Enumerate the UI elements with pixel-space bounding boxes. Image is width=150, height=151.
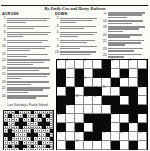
grid-cell [84,105,93,114]
cell-number: 13 [85,96,88,99]
clue-item: 19. [2,81,52,86]
grid-cell: 17 [111,114,120,123]
greeked-text-line [7,84,30,85]
grid-cell: 12 [75,96,84,105]
clue-number: 15. [2,59,6,66]
greeked-text-line [7,62,44,63]
grid-cell [84,141,93,150]
clue-item: 22. [103,40,147,47]
greeked-text-line [7,54,47,55]
greeked-text-line [108,40,144,41]
greeked-text-line [7,78,20,79]
black-square [66,87,75,96]
clue-number: 23. [103,48,107,53]
greeked-text-line [60,32,97,33]
greeked-text-line [7,95,47,96]
grid-cell: 6 [84,78,93,87]
clue-number: 22. [103,40,107,47]
greeked-text-line [7,36,23,37]
black-square [120,105,129,114]
cell-number: 20 [76,132,79,135]
clue-text-greeked [60,31,99,38]
grid-cell [138,141,147,150]
grid-cell: 21 [102,132,111,141]
black-square [84,114,93,123]
grid-cell [129,132,138,141]
clue-number: 21. [2,87,6,94]
across-clue-list: 1.4.6.8.10.12.15.16.17.19.21.24. [2,17,52,99]
clue-text-greeked [7,95,52,100]
greeked-text-line [7,87,50,88]
cell-number: 6 [85,78,86,81]
black-square [102,96,111,105]
grid-cell [111,132,120,141]
clue-item: 10. [2,45,52,52]
grid-cell: 18 [129,123,138,132]
greeked-text-line [7,32,50,33]
black-square [138,69,147,78]
greeked-text-line [60,54,90,55]
cell-number: 8 [121,78,122,81]
cell-number: 21 [103,132,106,135]
greeked-text-line [60,48,79,49]
cell-number: 24 [76,141,79,144]
greeked-text-line [60,20,93,21]
clue-item: 25. [103,54,147,58]
cell-number: 5 [130,60,131,63]
clue-text-greeked [60,17,99,24]
greeked-text-line [108,28,139,29]
grid-cell: 15 [66,105,75,114]
byline: By Emily Cox and Henry Rathvon [0,7,150,12]
clue-item: 20. [103,34,147,39]
clue-item: 12. [2,53,52,58]
clue-text-greeked [108,34,147,39]
clue-number: 25. [103,54,107,58]
greeked-text-line [108,44,124,45]
grid-cell [102,141,111,150]
solution-grid [3,110,54,151]
grid-cell: 3 [84,60,93,69]
cell-number: 10 [103,87,106,90]
grid-cell [120,60,129,69]
grid-cell [93,141,102,150]
clue-text-greeked [7,25,52,30]
cell-number: 19 [58,132,61,135]
grid-cell: 24 [75,141,84,150]
clue-text-greeked [108,20,147,25]
clue-item: 7. [55,39,99,44]
black-square [57,78,66,87]
clue-item: 1. [2,17,52,24]
black-square [102,60,111,69]
greeked-text-line [7,46,49,47]
black-square [84,132,93,141]
greeked-text-line [7,59,50,60]
clue-item: 5. [55,31,99,38]
grid-cell [120,141,129,150]
clue-number: 17. [2,73,6,80]
down-clues-column-1: DOWN 2.3.5.7.9.13. [55,12,99,58]
greeked-text-line [108,23,132,24]
clue-text-greeked [7,31,52,38]
black-square [93,69,102,78]
crossword-grid: 123456789101112131415161718192021222324 [56,59,148,150]
clue-item: 16. [2,67,52,72]
grid-cell: 13 [84,96,93,105]
greeked-text-line [7,70,38,71]
grid-cell: 19 [57,132,66,141]
greeked-text-line [7,92,28,93]
solution-letter-cell [50,148,54,150]
clue-number: 2. [55,17,59,24]
cell-number: 1 [58,60,59,63]
clue-text-greeked [7,73,52,80]
down-clue-list-2: 11.14.18.20.22.23.25. [103,12,147,58]
clue-item: 15. [2,59,52,66]
clue-item: 24. [2,95,52,100]
grid-cell [111,123,120,132]
clue-item: 14. [103,20,147,25]
greeked-text-line [60,18,97,19]
clue-number: 5. [55,31,59,38]
grid-cell [138,96,147,105]
greeked-text-line [60,28,83,29]
black-square [111,96,120,105]
grid-cell [66,69,75,78]
clue-text-greeked [60,45,99,50]
greeked-text-line [7,89,43,90]
clue-item: 17. [2,73,52,80]
black-square [93,123,102,132]
grid-cell [66,123,75,132]
black-square [129,87,138,96]
greeked-text-line [60,40,95,41]
clue-number: 13. [55,51,59,56]
clue-text-greeked [108,48,147,53]
grid-cell [66,132,75,141]
clue-item: 13. [55,51,99,56]
grid-cell [57,141,66,150]
greeked-text-line [7,50,29,51]
cell-number: 4 [112,60,113,63]
grid-cell [57,87,66,96]
greeked-text-line [108,56,123,57]
grid-cell: 5 [129,60,138,69]
grid-cell [120,96,129,105]
clue-text-greeked [108,12,147,19]
cell-number: 2 [67,60,68,63]
grid-cell: 16 [57,114,66,123]
cell-number: 12 [76,96,79,99]
cell-number: 3 [85,60,86,63]
black-square [111,141,120,150]
clue-item: 23. [103,48,147,53]
grid-cell: 1 [57,60,66,69]
greeked-text-line [108,17,127,18]
black-square [66,141,75,150]
clue-text-greeked [60,51,99,56]
across-clues-column: ACROSS 1.4.6.8.10.12.15.16.17.19.21.24. [2,12,52,102]
grid-cell [66,114,75,123]
clue-number: 10. [2,45,6,52]
grid-cell [120,114,129,123]
cell-number: 23 [139,132,142,135]
across-header: ACROSS [2,12,52,16]
clue-text-greeked [7,45,52,52]
grid-cell [138,114,147,123]
grid-cell: 10 [102,87,111,96]
grid-cell: 22 [120,132,129,141]
cell-number: 15 [67,105,70,108]
grid-cell [66,78,75,87]
cell-number: 11 [139,87,142,90]
grid-cell: 4 [111,60,120,69]
greeked-text-line [108,26,145,27]
black-square [57,69,66,78]
grid-cell [75,114,84,123]
clue-text-greeked [108,26,147,33]
greeked-text-line [7,42,42,43]
grid-cell [93,105,102,114]
black-square [93,132,102,141]
greeked-text-line [108,12,144,13]
greeked-text-line [7,26,49,27]
clue-text-greeked [7,53,52,58]
down-clue-list-1: 2.3.5.7.9.13. [55,17,99,55]
greeked-text-line [7,67,49,68]
greeked-text-line [60,42,87,43]
clue-item: 11. [103,12,147,19]
greeked-text-line [108,20,143,21]
black-square [129,141,138,150]
greeked-text-line [7,40,48,41]
cell-number: 22 [121,132,124,135]
clue-item: 4. [2,25,52,30]
clue-text-greeked [108,54,147,58]
grid-cell: 14 [93,96,102,105]
clue-text-greeked [60,39,99,44]
clue-number: 6. [2,31,6,38]
greeked-text-line [7,73,49,74]
clue-item: 2. [55,17,99,24]
clue-item: 6. [2,31,52,38]
greeked-text-line [7,76,46,77]
clue-text-greeked [7,17,52,24]
clue-text-greeked [7,87,52,94]
grid-cell [129,78,138,87]
grid-cell [93,60,102,69]
clue-text-greeked [7,59,52,66]
clue-item: 3. [55,25,99,30]
greeked-text-line [60,46,96,47]
greeked-text-line [108,48,143,49]
grid-cell: 8 [120,78,129,87]
greeked-text-line [7,28,34,29]
clue-item: 9. [55,45,99,50]
greeked-text-line [108,36,129,37]
greeked-text-line [60,22,75,23]
greeked-text-line [60,36,77,37]
greeked-text-line [60,26,96,27]
clue-item: 18. [103,26,147,33]
grid-cell [129,69,138,78]
grid-cell: 2 [66,60,75,69]
grid-cell: 11 [138,87,147,96]
grid-cell [102,105,111,114]
clue-text-greeked [7,39,52,44]
greeked-text-line [60,51,96,52]
clue-item: 8. [2,39,52,44]
greeked-text-line [108,14,141,15]
greeked-text-line [108,34,142,35]
clue-text-greeked [60,25,99,30]
clue-number: 20. [103,34,107,39]
clue-number: 1. [2,17,6,24]
cell-number: 16 [58,114,61,117]
clue-number: 18. [103,26,107,33]
down-clues-column-2: 11.14.18.20.22.23.25. [103,12,147,58]
black-square [102,114,111,123]
grid-cell [111,69,120,78]
black-square [93,114,102,123]
clue-text-greeked [7,81,52,86]
greeked-text-line [7,34,47,35]
grid-cell: 23 [138,132,147,141]
cell-number: 18 [130,123,133,126]
greeked-text-line [108,54,141,55]
greeked-text-line [7,97,36,98]
cell-number: 14 [94,96,97,99]
grid-cell [75,105,84,114]
solution-caption: Last Saturday's Puzzle Solved [2,104,53,107]
black-square [75,69,84,78]
grid-cell [93,78,102,87]
greeked-text-line [7,81,49,82]
greeked-text-line [108,31,123,32]
black-square [111,78,120,87]
clue-number: 24. [2,95,6,100]
greeked-text-line [108,50,133,51]
greeked-text-line [7,64,33,65]
black-square [138,105,147,114]
grid-cell [138,60,147,69]
greeked-text-line [7,48,45,49]
greeked-text-line [7,56,27,57]
black-square [120,87,129,96]
black-square [129,96,138,105]
cell-number: 9 [76,87,77,90]
clue-text-greeked [7,67,52,72]
black-square [57,96,66,105]
black-square [129,105,138,114]
cell-number: 7 [103,78,104,81]
cell-number: 17 [112,114,115,117]
greeked-text-line [108,42,140,43]
greeked-text-line [7,20,46,21]
clue-item: 21. [2,87,52,94]
greeked-text-line [60,34,94,35]
greeked-text-line [7,22,26,23]
down-header: DOWN [55,12,99,16]
grid-cell [111,87,120,96]
greeked-text-line [7,18,50,19]
clue-number: 11. [103,12,107,19]
grid-cell [75,60,84,69]
clue-text-greeked [108,40,147,47]
grid-cell [84,123,93,132]
